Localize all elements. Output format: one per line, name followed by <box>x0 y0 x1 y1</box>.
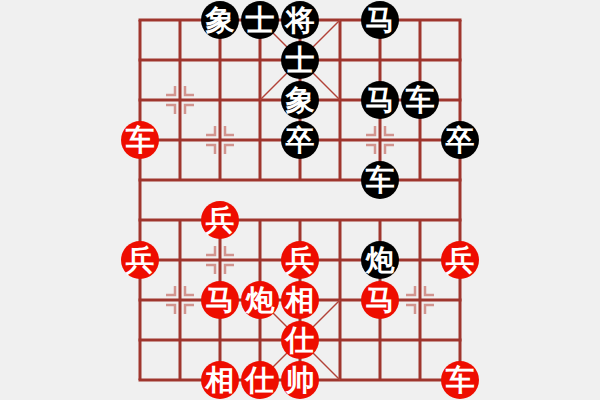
piece-red-soldier[interactable]: 兵 <box>121 241 159 279</box>
piece-red-chariot[interactable]: 车 <box>121 121 159 159</box>
pieces-layer[interactable]: 象士将马士象马车车卒卒车兵兵兵炮兵马炮相马仕相仕帅车 <box>120 0 480 400</box>
piece-black-horse[interactable]: 马 <box>361 81 399 119</box>
piece-red-horse[interactable]: 马 <box>201 281 239 319</box>
piece-red-advisor[interactable]: 仕 <box>241 361 279 399</box>
piece-black-advisor[interactable]: 士 <box>241 1 279 39</box>
piece-red-advisor[interactable]: 仕 <box>281 321 319 359</box>
piece-black-soldier[interactable]: 卒 <box>441 121 479 159</box>
piece-red-chariot[interactable]: 车 <box>441 361 479 399</box>
piece-black-cannon[interactable]: 炮 <box>361 241 399 279</box>
piece-red-soldier[interactable]: 兵 <box>201 201 239 239</box>
piece-red-elephant[interactable]: 相 <box>281 281 319 319</box>
piece-black-elephant[interactable]: 象 <box>201 1 239 39</box>
piece-black-horse[interactable]: 马 <box>361 1 399 39</box>
piece-black-soldier[interactable]: 卒 <box>281 121 319 159</box>
piece-red-horse[interactable]: 马 <box>361 281 399 319</box>
piece-red-soldier[interactable]: 兵 <box>441 241 479 279</box>
piece-black-king[interactable]: 将 <box>281 1 319 39</box>
piece-black-elephant[interactable]: 象 <box>281 81 319 119</box>
xiangqi-board: 象士将马士象马车车卒卒车兵兵兵炮兵马炮相马仕相仕帅车 <box>0 0 600 400</box>
piece-black-advisor[interactable]: 士 <box>281 41 319 79</box>
piece-red-soldier[interactable]: 兵 <box>281 241 319 279</box>
piece-red-elephant[interactable]: 相 <box>201 361 239 399</box>
piece-black-chariot[interactable]: 车 <box>361 161 399 199</box>
piece-black-chariot[interactable]: 车 <box>401 81 439 119</box>
piece-red-king[interactable]: 帅 <box>281 361 319 399</box>
piece-red-cannon[interactable]: 炮 <box>241 281 279 319</box>
